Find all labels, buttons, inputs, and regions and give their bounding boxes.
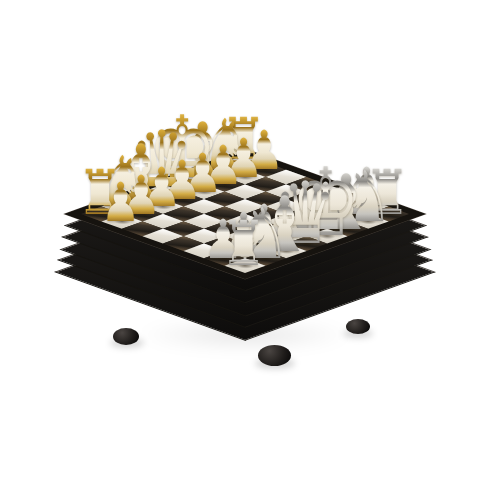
bun-foot-left	[113, 328, 139, 345]
square-a1: ♜	[224, 258, 265, 273]
bun-foot-right	[346, 319, 370, 334]
gold-pawn-glyph: ♟	[71, 176, 169, 230]
bun-foot-front	[258, 345, 291, 366]
silver-rook-glyph: ♜	[194, 213, 292, 275]
product-photo-scene: ♜♟♟♜♞♟♟♞♝♟♟♝♚♟♟♚♛♟♟♛♝♟♟♝♞♟♟♞♜♟♟♜	[0, 0, 480, 480]
